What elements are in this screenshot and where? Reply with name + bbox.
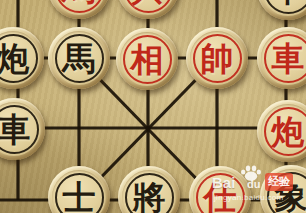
piece-black-pawn[interactable]: 卒	[257, 0, 306, 20]
xiangqi-board: 馬兵卒炮馬相帥車車炮士將仕象 Bai du 经验 jingyan.baidu.c…	[0, 0, 306, 213]
piece-glyph: 將	[118, 166, 180, 213]
piece-black-advisor[interactable]: 士	[48, 166, 110, 213]
watermark-url: jingyan.baidu.com	[214, 193, 284, 202]
watermark-badge-jingyan: 经验	[265, 173, 293, 191]
piece-black-king[interactable]: 將	[118, 166, 180, 213]
piece-glyph: 炮	[257, 100, 306, 162]
baidu-jingyan-watermark: Bai du 经验 jingyan.baidu.com	[212, 165, 306, 207]
piece-glyph: 卒	[257, 0, 306, 20]
piece-red-chariot[interactable]: 車	[257, 27, 306, 89]
piece-glyph: 車	[0, 98, 45, 160]
piece-glyph: 車	[257, 27, 306, 89]
piece-glyph: 馬	[48, 0, 110, 19]
piece-glyph: 相	[116, 28, 178, 90]
piece-glyph: 帥	[186, 27, 248, 89]
piece-glyph: 士	[48, 166, 110, 213]
piece-black-horse[interactable]: 馬	[48, 27, 110, 89]
piece-black-cannon[interactable]: 炮	[0, 27, 44, 89]
piece-glyph: 兵	[117, 0, 179, 19]
piece-glyph: 炮	[0, 27, 44, 89]
watermark-text-du: du	[247, 178, 260, 190]
piece-glyph: 馬	[48, 27, 110, 89]
piece-red-horse[interactable]: 馬	[48, 0, 110, 19]
piece-black-chariot[interactable]: 車	[0, 98, 45, 160]
piece-red-cannon[interactable]: 炮	[257, 100, 306, 162]
watermark-text-bai: Bai	[212, 174, 235, 191]
piece-red-king[interactable]: 帥	[186, 27, 248, 89]
piece-red-pawn[interactable]: 兵	[117, 0, 179, 19]
piece-red-elephant[interactable]: 相	[116, 28, 178, 90]
